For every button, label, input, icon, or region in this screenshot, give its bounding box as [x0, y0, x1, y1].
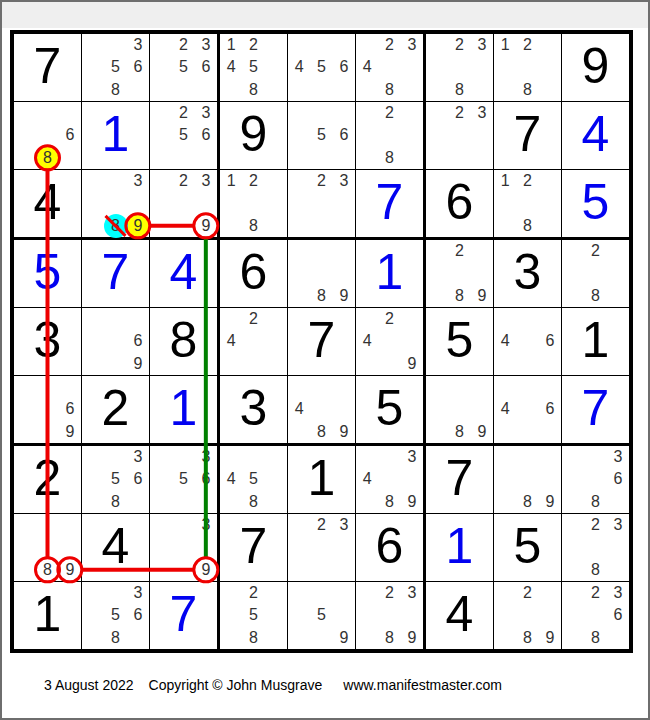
digit: 1	[150, 376, 217, 443]
cell-r8c1[interactable]: 89	[14, 514, 81, 581]
candidate-3: 3	[127, 582, 149, 604]
empty-slot	[471, 398, 493, 420]
candidate-4: 4	[288, 56, 310, 78]
candidate-2: 2	[242, 170, 264, 192]
cell-r6c4[interactable]: 3	[220, 376, 287, 443]
pencil-marks: 239	[150, 170, 217, 237]
empty-slot	[288, 559, 310, 581]
empty-slot	[150, 536, 172, 558]
empty-slot	[265, 330, 287, 352]
candidate-1: 1	[220, 170, 242, 192]
empty-slot	[494, 604, 516, 626]
cell-r8c5[interactable]: 23	[288, 514, 355, 581]
candidate-8: 8	[36, 559, 58, 581]
empty-slot	[150, 170, 172, 192]
empty-slot	[172, 559, 194, 581]
top-margin-strip	[2, 2, 648, 28]
candidate-8: 8	[310, 285, 332, 307]
pencil-marks: 128	[494, 34, 561, 101]
empty-slot	[104, 353, 126, 375]
empty-slot	[59, 102, 81, 124]
candidate-5: 5	[242, 604, 264, 626]
candidate-2: 2	[242, 308, 264, 330]
pencil-marks: 89	[494, 446, 561, 513]
empty-slot	[265, 34, 287, 56]
candidate-8: 8	[584, 627, 606, 649]
empty-slot	[288, 514, 310, 536]
digit: 4	[14, 170, 81, 237]
empty-slot	[378, 604, 400, 626]
cell-r6c7[interactable]: 89	[426, 376, 493, 443]
empty-slot	[539, 170, 561, 192]
cell-r3c3[interactable]: 239	[150, 170, 217, 237]
empty-slot	[516, 446, 538, 468]
candidate-3: 3	[471, 102, 493, 124]
empty-slot	[333, 398, 355, 420]
cell-r3c2[interactable]: 389	[82, 170, 149, 237]
empty-slot	[356, 491, 378, 513]
empty-slot	[607, 627, 629, 649]
candidate-8: 8	[448, 285, 470, 307]
cell-r4c2[interactable]: 7	[82, 240, 149, 307]
cell-r8c6[interactable]: 6	[356, 514, 423, 581]
digit: 7	[562, 376, 629, 443]
empty-slot	[494, 192, 516, 214]
empty-slot	[356, 34, 378, 56]
empty-slot	[333, 582, 355, 604]
empty-slot	[356, 79, 378, 101]
candidate-8: 8	[104, 491, 126, 513]
empty-slot	[426, 285, 448, 307]
candidate-2: 2	[448, 102, 470, 124]
candidate-9: 9	[59, 559, 81, 581]
cell-r6c2[interactable]: 2	[82, 376, 149, 443]
empty-slot	[288, 421, 310, 443]
empty-slot	[195, 192, 217, 214]
cell-r2c3[interactable]: 2356	[150, 102, 217, 169]
cell-r2c8[interactable]: 7	[494, 102, 561, 169]
empty-slot	[426, 147, 448, 169]
empty-slot	[104, 582, 126, 604]
cell-r9c6[interactable]: 2389	[356, 582, 423, 649]
cell-r5c5[interactable]: 7	[288, 308, 355, 375]
empty-slot	[288, 627, 310, 649]
cell-r5c1[interactable]: 3	[14, 308, 81, 375]
candidate-4: 4	[356, 56, 378, 78]
empty-slot	[310, 559, 332, 581]
candidate-4: 4	[220, 56, 242, 78]
candidate-4: 4	[494, 398, 516, 420]
candidate-9: 9	[539, 627, 561, 649]
digit: 1	[82, 102, 149, 169]
empty-slot	[310, 376, 332, 398]
candidate-5: 5	[310, 604, 332, 626]
empty-slot	[265, 215, 287, 237]
empty-slot	[562, 468, 584, 490]
digit: 4	[562, 102, 629, 169]
empty-slot	[172, 147, 194, 169]
empty-slot	[36, 376, 58, 398]
cell-r2c7[interactable]: 23	[426, 102, 493, 169]
empty-slot	[265, 446, 287, 468]
cell-r2c1[interactable]: 68	[14, 102, 81, 169]
candidate-8: 8	[378, 79, 400, 101]
pencil-marks: 128	[220, 170, 287, 237]
cell-r6c3[interactable]: 1	[150, 376, 217, 443]
empty-slot	[356, 124, 378, 146]
cell-r9c2[interactable]: 3568	[82, 582, 149, 649]
empty-slot	[220, 192, 242, 214]
cell-r7c7[interactable]: 7	[426, 446, 493, 513]
cell-r4c7[interactable]: 289	[426, 240, 493, 307]
empty-slot	[265, 582, 287, 604]
candidate-3: 3	[127, 170, 149, 192]
candidate-6: 6	[59, 124, 81, 146]
empty-slot	[150, 491, 172, 513]
empty-slot	[584, 604, 606, 626]
empty-slot	[265, 604, 287, 626]
empty-slot	[401, 604, 423, 626]
cell-r3c8[interactable]: 128	[494, 170, 561, 237]
candidate-6: 6	[195, 56, 217, 78]
empty-slot	[288, 34, 310, 56]
cell-r4c1[interactable]: 5	[14, 240, 81, 307]
empty-slot	[104, 330, 126, 352]
candidate-3: 3	[333, 170, 355, 192]
empty-slot	[494, 446, 516, 468]
empty-slot	[265, 468, 287, 490]
cell-r8c2[interactable]: 4	[82, 514, 149, 581]
empty-slot	[288, 192, 310, 214]
candidate-3: 3	[607, 582, 629, 604]
cell-r4c9[interactable]: 28	[562, 240, 629, 307]
candidate-9: 9	[401, 353, 423, 375]
cell-r1c5[interactable]: 456	[288, 34, 355, 101]
empty-slot	[150, 79, 172, 101]
cell-r6c5[interactable]: 489	[288, 376, 355, 443]
empty-slot	[14, 536, 36, 558]
pencil-marks: 2356	[150, 102, 217, 169]
candidate-8: 8	[242, 627, 264, 649]
empty-slot	[242, 446, 264, 468]
cell-r4c6[interactable]: 1	[356, 240, 423, 307]
cell-r5c3[interactable]: 8	[150, 308, 217, 375]
empty-slot	[607, 285, 629, 307]
empty-slot	[36, 398, 58, 420]
cell-r5c4[interactable]: 24	[220, 308, 287, 375]
cell-r2c6[interactable]: 28	[356, 102, 423, 169]
cell-r1c8[interactable]: 128	[494, 34, 561, 101]
empty-slot	[494, 308, 516, 330]
empty-slot	[172, 192, 194, 214]
cell-r7c6[interactable]: 3489	[356, 446, 423, 513]
empty-slot	[448, 56, 470, 78]
empty-slot	[310, 79, 332, 101]
empty-slot	[448, 124, 470, 146]
empty-slot	[310, 192, 332, 214]
candidate-6: 6	[333, 124, 355, 146]
digit: 1	[562, 308, 629, 375]
digit: 7	[150, 582, 217, 649]
empty-slot	[401, 330, 423, 352]
empty-slot	[36, 421, 58, 443]
cell-r4c3[interactable]: 4	[150, 240, 217, 307]
empty-slot	[150, 514, 172, 536]
empty-slot	[59, 147, 81, 169]
empty-slot	[448, 262, 470, 284]
cell-r7c4[interactable]: 458	[220, 446, 287, 513]
cell-r3c1[interactable]: 4	[14, 170, 81, 237]
cell-r5c6[interactable]: 249	[356, 308, 423, 375]
empty-slot	[220, 446, 242, 468]
digit: 1	[288, 446, 355, 513]
candidate-2: 2	[378, 102, 400, 124]
candidate-4: 4	[356, 468, 378, 490]
digit: 4	[82, 514, 149, 581]
cell-r3c7[interactable]: 6	[426, 170, 493, 237]
empty-slot	[14, 398, 36, 420]
candidate-5: 5	[172, 468, 194, 490]
cell-r2c9[interactable]: 4	[562, 102, 629, 169]
candidate-3: 3	[401, 582, 423, 604]
empty-slot	[288, 536, 310, 558]
cell-r6c1[interactable]: 69	[14, 376, 81, 443]
candidate-5: 5	[104, 604, 126, 626]
empty-slot	[516, 308, 538, 330]
empty-slot	[104, 170, 126, 192]
cell-r3c5[interactable]: 23	[288, 170, 355, 237]
candidate-9: 9	[471, 285, 493, 307]
pencil-marks: 46	[494, 376, 561, 443]
empty-slot	[562, 559, 584, 581]
candidate-2: 2	[378, 582, 400, 604]
cell-r5c9[interactable]: 1	[562, 308, 629, 375]
cell-r5c2[interactable]: 69	[82, 308, 149, 375]
pencil-marks: 23	[288, 514, 355, 581]
empty-slot	[401, 468, 423, 490]
empty-slot	[448, 147, 470, 169]
cell-r7c1[interactable]: 2	[14, 446, 81, 513]
empty-slot	[288, 240, 310, 262]
cell-r8c9[interactable]: 238	[562, 514, 629, 581]
empty-slot	[333, 262, 355, 284]
empty-slot	[516, 421, 538, 443]
pencil-marks: 289	[494, 582, 561, 649]
candidate-2: 2	[172, 170, 194, 192]
candidate-6: 6	[127, 468, 149, 490]
digit: 4	[150, 240, 217, 307]
empty-slot	[288, 215, 310, 237]
empty-slot	[150, 147, 172, 169]
cell-r7c5[interactable]: 1	[288, 446, 355, 513]
candidate-6: 6	[539, 330, 561, 352]
cell-r3c4[interactable]: 128	[220, 170, 287, 237]
empty-slot	[242, 353, 264, 375]
empty-slot	[36, 124, 58, 146]
cell-r9c3[interactable]: 7	[150, 582, 217, 649]
cell-r1c1[interactable]: 7	[14, 34, 81, 101]
empty-slot	[82, 215, 104, 237]
empty-slot	[150, 124, 172, 146]
pencil-marks: 3568	[82, 446, 149, 513]
empty-slot	[82, 56, 104, 78]
empty-slot	[448, 376, 470, 398]
empty-slot	[82, 192, 104, 214]
pencil-marks: 68	[14, 102, 81, 169]
pencil-marks: 368	[562, 446, 629, 513]
cell-r6c9[interactable]: 7	[562, 376, 629, 443]
cell-r2c2[interactable]: 1	[82, 102, 149, 169]
sudoku-board: 7356823561245845623482381289681235695628…	[10, 30, 633, 653]
cell-r1c7[interactable]: 238	[426, 34, 493, 101]
pencil-marks: 89	[288, 240, 355, 307]
cell-r1c4[interactable]: 12458	[220, 34, 287, 101]
pencil-marks: 24	[220, 308, 287, 375]
empty-slot	[36, 102, 58, 124]
cell-r9c7[interactable]: 4	[426, 582, 493, 649]
candidate-8: 8	[378, 147, 400, 169]
cell-r8c7[interactable]: 1	[426, 514, 493, 581]
cell-r1c3[interactable]: 2356	[150, 34, 217, 101]
digit: 7	[288, 308, 355, 375]
empty-slot	[356, 308, 378, 330]
pencil-marks: 28	[562, 240, 629, 307]
candidate-2: 2	[584, 514, 606, 536]
pencil-marks: 3568	[82, 582, 149, 649]
empty-slot	[356, 353, 378, 375]
empty-slot	[82, 170, 104, 192]
empty-slot	[172, 514, 194, 536]
candidate-6: 6	[607, 468, 629, 490]
empty-slot	[516, 398, 538, 420]
cell-r2c5[interactable]: 56	[288, 102, 355, 169]
candidate-5: 5	[104, 468, 126, 490]
empty-slot	[14, 376, 36, 398]
cell-r8c8[interactable]: 5	[494, 514, 561, 581]
cell-r3c9[interactable]: 5	[562, 170, 629, 237]
cell-r5c7[interactable]: 5	[426, 308, 493, 375]
empty-slot	[378, 124, 400, 146]
empty-slot	[288, 285, 310, 307]
cell-r9c5[interactable]: 59	[288, 582, 355, 649]
empty-slot	[150, 215, 172, 237]
candidate-6: 6	[195, 468, 217, 490]
cell-r1c2[interactable]: 3568	[82, 34, 149, 101]
digit: 3	[14, 308, 81, 375]
empty-slot	[220, 491, 242, 513]
cell-r7c9[interactable]: 368	[562, 446, 629, 513]
empty-slot	[356, 582, 378, 604]
empty-slot	[494, 353, 516, 375]
empty-slot	[539, 79, 561, 101]
cell-r5c8[interactable]: 46	[494, 308, 561, 375]
empty-slot	[539, 468, 561, 490]
cell-r4c4[interactable]: 6	[220, 240, 287, 307]
cell-r9c4[interactable]: 258	[220, 582, 287, 649]
cell-r7c8[interactable]: 89	[494, 446, 561, 513]
candidate-3: 3	[127, 34, 149, 56]
empty-slot	[356, 147, 378, 169]
footer-date: 3 August 2022	[44, 677, 134, 693]
empty-slot	[288, 102, 310, 124]
empty-slot	[14, 559, 36, 581]
candidate-4: 4	[220, 468, 242, 490]
empty-slot	[310, 34, 332, 56]
empty-slot	[82, 34, 104, 56]
cell-r6c8[interactable]: 46	[494, 376, 561, 443]
empty-slot	[539, 34, 561, 56]
pencil-marks: 59	[288, 582, 355, 649]
candidate-8: 8	[242, 491, 264, 513]
cell-r9c8[interactable]: 289	[494, 582, 561, 649]
cell-r3c6[interactable]: 7	[356, 170, 423, 237]
cell-r4c5[interactable]: 89	[288, 240, 355, 307]
candidate-3: 3	[195, 446, 217, 468]
cell-r7c2[interactable]: 3568	[82, 446, 149, 513]
cell-r4c8[interactable]: 3	[494, 240, 561, 307]
cell-r9c1[interactable]: 1	[14, 582, 81, 649]
candidate-5: 5	[172, 56, 194, 78]
empty-slot	[127, 627, 149, 649]
empty-slot	[471, 79, 493, 101]
cell-r1c6[interactable]: 2348	[356, 34, 423, 101]
candidate-8: 8	[516, 215, 538, 237]
candidate-2: 2	[584, 582, 606, 604]
empty-slot	[607, 262, 629, 284]
empty-slot	[14, 147, 36, 169]
empty-slot	[562, 446, 584, 468]
empty-slot	[265, 192, 287, 214]
cell-r6c6[interactable]: 5	[356, 376, 423, 443]
empty-slot	[82, 627, 104, 649]
empty-slot	[539, 215, 561, 237]
empty-slot	[333, 215, 355, 237]
candidate-8: 8	[448, 79, 470, 101]
empty-slot	[562, 491, 584, 513]
empty-slot	[356, 627, 378, 649]
pencil-marks: 289	[426, 240, 493, 307]
footer: 3 August 2022Copyright © John Musgraveww…	[44, 677, 517, 693]
pencil-marks: 3489	[356, 446, 423, 513]
empty-slot	[333, 536, 355, 558]
empty-slot	[607, 240, 629, 262]
pencil-marks: 89	[426, 376, 493, 443]
cell-r1c9[interactable]: 9	[562, 34, 629, 101]
cell-r9c9[interactable]: 2368	[562, 582, 629, 649]
empty-slot	[516, 330, 538, 352]
digit: 3	[494, 240, 561, 307]
empty-slot	[195, 147, 217, 169]
cell-r8c4[interactable]: 7	[220, 514, 287, 581]
empty-slot	[401, 102, 423, 124]
empty-slot	[378, 330, 400, 352]
candidate-2: 2	[584, 240, 606, 262]
empty-slot	[562, 627, 584, 649]
empty-slot	[104, 34, 126, 56]
candidate-6: 6	[195, 124, 217, 146]
cell-r2c4[interactable]: 9	[220, 102, 287, 169]
empty-slot	[471, 376, 493, 398]
empty-slot	[310, 215, 332, 237]
empty-slot	[82, 582, 104, 604]
cell-r8c3[interactable]: 39	[150, 514, 217, 581]
cell-r7c3[interactable]: 356	[150, 446, 217, 513]
empty-slot	[378, 353, 400, 375]
digit: 7	[220, 514, 287, 581]
empty-slot	[288, 170, 310, 192]
candidate-6: 6	[607, 604, 629, 626]
empty-slot	[426, 34, 448, 56]
